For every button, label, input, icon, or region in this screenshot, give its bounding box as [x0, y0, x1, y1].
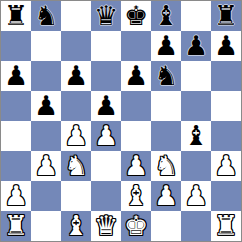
piece-white-knight[interactable]: ♞	[64, 151, 88, 181]
square-f6[interactable]: ♞	[151, 61, 181, 91]
square-c7[interactable]	[61, 31, 91, 61]
square-f4[interactable]	[151, 121, 181, 151]
piece-black-bishop[interactable]: ♝	[154, 1, 178, 31]
square-b2[interactable]	[31, 181, 61, 211]
square-h3[interactable]: ♟	[211, 151, 241, 181]
square-e5[interactable]	[121, 91, 151, 121]
square-c8[interactable]	[61, 1, 91, 31]
square-e8[interactable]: ♚	[121, 1, 151, 31]
square-b6[interactable]	[31, 61, 61, 91]
square-a6[interactable]: ♟	[1, 61, 31, 91]
piece-black-pawn[interactable]: ♟	[34, 91, 58, 121]
piece-black-bishop[interactable]: ♝	[184, 121, 208, 151]
square-g4[interactable]: ♝	[181, 121, 211, 151]
square-a1[interactable]: ♜	[1, 211, 31, 241]
piece-black-knight[interactable]: ♞	[154, 61, 178, 91]
piece-black-pawn[interactable]: ♟	[124, 61, 148, 91]
chess-board: ♜♞♛♚♝♜♟♟♟♟♟♟♞♟♟♟♟♝♟♞♟♞♟♟♝♟♟♜♝♛♚♜	[1, 1, 241, 241]
square-f5[interactable]	[151, 91, 181, 121]
square-d1[interactable]: ♛	[91, 211, 121, 241]
piece-black-knight[interactable]: ♞	[34, 1, 58, 31]
square-b4[interactable]	[31, 121, 61, 151]
square-a4[interactable]	[1, 121, 31, 151]
piece-white-pawn[interactable]: ♟	[184, 181, 208, 211]
square-f1[interactable]	[151, 211, 181, 241]
square-b1[interactable]	[31, 211, 61, 241]
piece-black-pawn[interactable]: ♟	[214, 31, 238, 61]
square-f8[interactable]: ♝	[151, 1, 181, 31]
square-b7[interactable]	[31, 31, 61, 61]
square-h4[interactable]	[211, 121, 241, 151]
square-h7[interactable]: ♟	[211, 31, 241, 61]
chess-board-frame: ♜♞♛♚♝♜♟♟♟♟♟♟♞♟♟♟♟♝♟♞♟♞♟♟♝♟♟♜♝♛♚♜	[0, 0, 242, 242]
piece-black-pawn[interactable]: ♟	[4, 61, 28, 91]
piece-white-pawn[interactable]: ♟	[214, 151, 238, 181]
square-e6[interactable]: ♟	[121, 61, 151, 91]
square-c6[interactable]: ♟	[61, 61, 91, 91]
square-g8[interactable]	[181, 1, 211, 31]
square-g2[interactable]: ♟	[181, 181, 211, 211]
square-c4[interactable]: ♟	[61, 121, 91, 151]
square-e2[interactable]: ♝	[121, 181, 151, 211]
piece-black-rook[interactable]: ♜	[4, 1, 28, 31]
piece-white-pawn[interactable]: ♟	[4, 181, 28, 211]
square-d6[interactable]	[91, 61, 121, 91]
piece-white-pawn[interactable]: ♟	[34, 151, 58, 181]
square-d8[interactable]: ♛	[91, 1, 121, 31]
square-b3[interactable]: ♟	[31, 151, 61, 181]
piece-black-rook[interactable]: ♜	[214, 1, 238, 31]
piece-white-pawn[interactable]: ♟	[94, 121, 118, 151]
square-h6[interactable]	[211, 61, 241, 91]
square-h1[interactable]: ♜	[211, 211, 241, 241]
square-g1[interactable]	[181, 211, 211, 241]
piece-white-pawn[interactable]: ♟	[124, 151, 148, 181]
square-e4[interactable]	[121, 121, 151, 151]
square-e7[interactable]	[121, 31, 151, 61]
piece-black-pawn[interactable]: ♟	[64, 61, 88, 91]
square-a3[interactable]	[1, 151, 31, 181]
piece-white-queen[interactable]: ♛	[94, 211, 118, 241]
square-c5[interactable]	[61, 91, 91, 121]
piece-white-pawn[interactable]: ♟	[64, 121, 88, 151]
square-g3[interactable]	[181, 151, 211, 181]
piece-black-pawn[interactable]: ♟	[94, 91, 118, 121]
square-e1[interactable]: ♚	[121, 211, 151, 241]
square-a7[interactable]	[1, 31, 31, 61]
square-h5[interactable]	[211, 91, 241, 121]
piece-black-queen[interactable]: ♛	[94, 1, 118, 31]
square-a5[interactable]	[1, 91, 31, 121]
piece-white-king[interactable]: ♚	[124, 211, 148, 241]
square-f2[interactable]: ♟	[151, 181, 181, 211]
square-d3[interactable]	[91, 151, 121, 181]
square-f3[interactable]: ♞	[151, 151, 181, 181]
square-c1[interactable]: ♝	[61, 211, 91, 241]
square-b5[interactable]: ♟	[31, 91, 61, 121]
piece-white-bishop[interactable]: ♝	[124, 181, 148, 211]
piece-black-pawn[interactable]: ♟	[154, 31, 178, 61]
square-h2[interactable]	[211, 181, 241, 211]
square-d2[interactable]	[91, 181, 121, 211]
square-d7[interactable]	[91, 31, 121, 61]
square-e3[interactable]: ♟	[121, 151, 151, 181]
square-g5[interactable]	[181, 91, 211, 121]
piece-black-pawn[interactable]: ♟	[184, 31, 208, 61]
piece-white-knight[interactable]: ♞	[154, 151, 178, 181]
square-a2[interactable]: ♟	[1, 181, 31, 211]
square-g7[interactable]: ♟	[181, 31, 211, 61]
square-a8[interactable]: ♜	[1, 1, 31, 31]
piece-white-rook[interactable]: ♜	[214, 211, 238, 241]
square-g6[interactable]	[181, 61, 211, 91]
square-d5[interactable]: ♟	[91, 91, 121, 121]
square-d4[interactable]: ♟	[91, 121, 121, 151]
piece-white-bishop[interactable]: ♝	[64, 211, 88, 241]
piece-black-king[interactable]: ♚	[124, 1, 148, 31]
square-h8[interactable]: ♜	[211, 1, 241, 31]
square-b8[interactable]: ♞	[31, 1, 61, 31]
square-c3[interactable]: ♞	[61, 151, 91, 181]
piece-white-pawn[interactable]: ♟	[154, 181, 178, 211]
square-f7[interactable]: ♟	[151, 31, 181, 61]
piece-white-rook[interactable]: ♜	[4, 211, 28, 241]
square-c2[interactable]	[61, 181, 91, 211]
